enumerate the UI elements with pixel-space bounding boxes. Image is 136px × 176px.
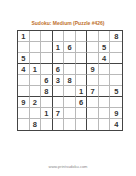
cell-r4-c6[interactable] [76,64,88,75]
cell-r2-c6[interactable] [76,42,88,53]
cell-r1-c9[interactable]: 8 [110,31,122,42]
cell-r4-c2[interactable]: 1 [30,64,42,75]
cell-r7-c6[interactable]: 6 [76,97,88,108]
cell-r9-c8[interactable] [99,119,111,130]
cell-r4-c8[interactable] [99,64,111,75]
cell-r8-c9[interactable]: 9 [110,108,122,119]
cell-r7-c5[interactable] [64,97,76,108]
cell-r8-c5[interactable] [64,108,76,119]
cell-r5-c2[interactable] [30,75,42,86]
cell-r6-c5[interactable] [64,86,76,97]
cell-r7-c2[interactable]: 2 [30,97,42,108]
cell-r4-c5[interactable] [64,64,76,75]
sudoku-page: Sudoku: Medium (Puzzle #426) 18165544169… [0,0,136,176]
cell-r1-c7[interactable] [87,31,99,42]
cell-r3-c8[interactable]: 4 [99,53,111,64]
cell-r6-c8[interactable] [99,86,111,97]
cell-r8-c3[interactable]: 1 [41,108,53,119]
cell-r5-c6[interactable] [76,75,88,86]
cell-r8-c8[interactable] [99,108,111,119]
cell-r6-c1[interactable] [18,86,30,97]
cell-r4-c1[interactable]: 4 [18,64,30,75]
cell-r1-c8[interactable] [99,31,111,42]
cell-r7-c3[interactable] [41,97,53,108]
cell-r5-c5[interactable]: 8 [64,75,76,86]
cell-r7-c7[interactable] [87,97,99,108]
cell-r6-c3[interactable]: 8 [41,86,53,97]
cell-r8-c1[interactable] [18,108,30,119]
cell-r2-c5[interactable]: 6 [64,42,76,53]
cell-r8-c6[interactable] [76,108,88,119]
cell-r6-c7[interactable]: 7 [87,86,99,97]
cell-r9-c9[interactable]: 4 [110,119,122,130]
cell-r5-c9[interactable] [110,75,122,86]
cell-r7-c1[interactable]: 9 [18,97,30,108]
cell-r3-c1[interactable]: 5 [18,53,30,64]
cell-r6-c9[interactable]: 5 [110,86,122,97]
cell-r9-c6[interactable] [76,119,88,130]
cell-r4-c3[interactable] [41,64,53,75]
cell-r3-c7[interactable] [87,53,99,64]
cell-r2-c7[interactable] [87,42,99,53]
cell-r2-c2[interactable] [30,42,42,53]
cell-r9-c5[interactable] [64,119,76,130]
cell-r2-c4[interactable]: 1 [53,42,65,53]
cell-r5-c7[interactable] [87,75,99,86]
cell-r1-c2[interactable] [30,31,42,42]
cell-r3-c2[interactable] [30,53,42,64]
cell-r5-c3[interactable]: 6 [41,75,53,86]
cell-r6-c4[interactable] [53,86,65,97]
cell-r4-c7[interactable]: 9 [87,64,99,75]
cell-r5-c1[interactable] [18,75,30,86]
cell-r2-c9[interactable] [110,42,122,53]
cell-r1-c1[interactable]: 1 [18,31,30,42]
cell-r3-c5[interactable] [64,53,76,64]
cell-r5-c4[interactable]: 3 [53,75,65,86]
cell-r1-c6[interactable] [76,31,88,42]
cell-r9-c4[interactable] [53,119,65,130]
cell-r9-c1[interactable] [18,119,30,130]
cell-r5-c8[interactable] [99,75,111,86]
cell-r9-c2[interactable]: 8 [30,119,42,130]
cell-r1-c5[interactable] [64,31,76,42]
cell-r1-c4[interactable] [53,31,65,42]
cell-r7-c8[interactable] [99,97,111,108]
cell-r4-c4[interactable]: 6 [53,64,65,75]
cell-r3-c3[interactable] [41,53,53,64]
footer-url: www.printsudoku.com [0,164,136,169]
cell-r9-c7[interactable] [87,119,99,130]
cell-r1-c3[interactable] [41,31,53,42]
puzzle-title: Sudoku: Medium (Puzzle #426) [0,20,136,26]
cell-r6-c2[interactable] [30,86,42,97]
cell-r2-c3[interactable] [41,42,53,53]
cell-r4-c9[interactable] [110,64,122,75]
cell-r3-c4[interactable] [53,53,65,64]
cell-r7-c9[interactable] [110,97,122,108]
cell-r8-c7[interactable] [87,108,99,119]
cell-r2-c8[interactable]: 5 [99,42,111,53]
sudoku-board: 18165544169638817592617984 [17,30,123,131]
cell-r9-c3[interactable] [41,119,53,130]
cell-r7-c4[interactable] [53,97,65,108]
cell-r2-c1[interactable] [18,42,30,53]
cell-r8-c4[interactable]: 7 [53,108,65,119]
cell-r8-c2[interactable] [30,108,42,119]
cell-r3-c9[interactable] [110,53,122,64]
cell-r3-c6[interactable] [76,53,88,64]
cell-r6-c6[interactable]: 1 [76,86,88,97]
